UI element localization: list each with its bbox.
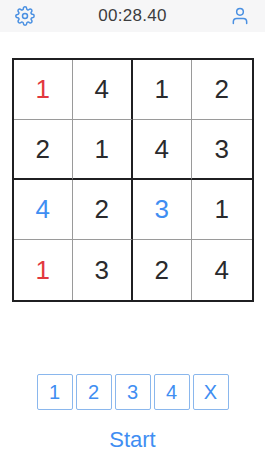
cell-r1c3[interactable]: 1 bbox=[133, 60, 193, 120]
numpad-button-erase[interactable]: X bbox=[193, 374, 229, 410]
person-icon bbox=[230, 6, 250, 26]
cell-r1c1[interactable]: 1 bbox=[14, 60, 74, 120]
game-timer: 00:28.40 bbox=[0, 6, 265, 26]
cell-r4c4[interactable]: 4 bbox=[192, 240, 252, 300]
numpad-button-4[interactable]: 4 bbox=[154, 374, 190, 410]
gear-icon bbox=[15, 6, 35, 26]
cell-r2c1[interactable]: 2 bbox=[14, 120, 74, 180]
number-pad: 1 2 3 4 X bbox=[0, 374, 265, 410]
cell-r2c4[interactable]: 3 bbox=[192, 120, 252, 180]
top-bar: 00:28.40 bbox=[0, 0, 265, 32]
settings-button[interactable] bbox=[14, 5, 36, 27]
cell-r4c2[interactable]: 3 bbox=[73, 240, 133, 300]
cell-r2c2[interactable]: 1 bbox=[73, 120, 133, 180]
numpad-button-1[interactable]: 1 bbox=[37, 374, 73, 410]
cell-r4c1[interactable]: 1 bbox=[14, 240, 74, 300]
cell-r2c3[interactable]: 4 bbox=[133, 120, 193, 180]
cell-r3c3[interactable]: 3 bbox=[133, 180, 193, 240]
cell-r1c2[interactable]: 4 bbox=[73, 60, 133, 120]
numpad-button-2[interactable]: 2 bbox=[76, 374, 112, 410]
start-button[interactable]: Start bbox=[0, 427, 265, 453]
cell-r4c3[interactable]: 2 bbox=[133, 240, 193, 300]
cell-r3c1[interactable]: 4 bbox=[14, 180, 74, 240]
sudoku-board: 1 4 1 2 2 1 4 3 4 2 3 1 1 3 2 4 bbox=[12, 58, 254, 302]
numpad-button-3[interactable]: 3 bbox=[115, 374, 151, 410]
cell-r3c4[interactable]: 1 bbox=[192, 180, 252, 240]
profile-button[interactable] bbox=[229, 5, 251, 27]
cell-r3c2[interactable]: 2 bbox=[73, 180, 133, 240]
app-window: 00:28.40 1 4 1 2 2 1 4 3 4 2 3 1 1 3 2 4… bbox=[0, 0, 265, 471]
cell-r1c4[interactable]: 2 bbox=[192, 60, 252, 120]
